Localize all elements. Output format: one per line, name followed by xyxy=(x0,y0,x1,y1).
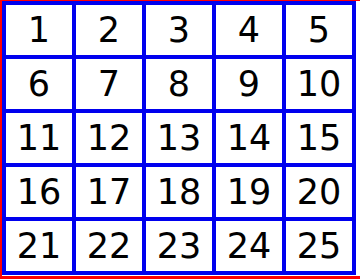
grid-cell-25: 25 xyxy=(286,221,352,271)
grid-cell-14: 14 xyxy=(216,113,282,163)
grid-cell-19: 19 xyxy=(216,167,282,217)
grid-cell-3: 3 xyxy=(146,5,212,55)
grid-cell-17: 17 xyxy=(76,167,142,217)
grid-cell-23: 23 xyxy=(146,221,212,271)
grid-cell-21: 21 xyxy=(6,221,72,271)
grid-cell-16: 16 xyxy=(6,167,72,217)
grid-cell-1: 1 xyxy=(6,5,72,55)
grid-cell-18: 18 xyxy=(146,167,212,217)
grid-cell-7: 7 xyxy=(76,59,142,109)
counting-chart-screenshot: 1234567891011121314151617181920212223242… xyxy=(0,0,360,279)
grid-cell-13: 13 xyxy=(146,113,212,163)
grid-cell-5: 5 xyxy=(286,5,352,55)
grid-cell-12: 12 xyxy=(76,113,142,163)
grid-cell-8: 8 xyxy=(146,59,212,109)
grid-cell-22: 22 xyxy=(76,221,142,271)
grid-cell-20: 20 xyxy=(286,167,352,217)
grid-cell-15: 15 xyxy=(286,113,352,163)
grid-cell-4: 4 xyxy=(216,5,282,55)
grid-cell-11: 11 xyxy=(6,113,72,163)
grid-cell-6: 6 xyxy=(6,59,72,109)
number-grid-5x5: 1234567891011121314151617181920212223242… xyxy=(2,1,356,275)
grid-cell-9: 9 xyxy=(216,59,282,109)
grid-cell-10: 10 xyxy=(286,59,352,109)
grid-cell-24: 24 xyxy=(216,221,282,271)
grid-cell-2: 2 xyxy=(76,5,142,55)
